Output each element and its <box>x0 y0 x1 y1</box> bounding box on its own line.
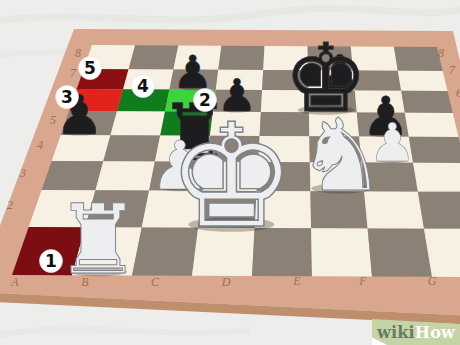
step-badge-number-2: 2 <box>199 90 211 110</box>
rank-label-left-7: 7 <box>70 66 77 80</box>
rank-label-left-2: 2 <box>7 198 13 212</box>
file-label-G: G <box>428 274 437 288</box>
chessboard-illustration: ABCDEFG8765432876♟♟♟♚♟♟♜♟♟♞♚♜12345 <box>0 0 460 345</box>
file-label-C: C <box>151 275 160 289</box>
watermark-wiki: wiki <box>377 323 415 342</box>
step-badge-number-1: 1 <box>45 251 57 271</box>
rank-label-right-8: 8 <box>438 46 444 60</box>
background-texture-line <box>0 6 460 24</box>
file-label-F: F <box>358 274 367 288</box>
step-badge-number-4: 4 <box>137 76 149 96</box>
square-f1 <box>311 228 372 276</box>
step-badge-number-3: 3 <box>61 87 73 107</box>
square-h2 <box>418 192 460 229</box>
background-texture-line <box>0 329 250 338</box>
chess-diagram: ABCDEFG8765432876♟♟♟♚♟♟♜♟♟♞♚♜12345 wikiH… <box>0 0 460 345</box>
square-b8 <box>129 45 179 69</box>
square-d8 <box>218 46 264 70</box>
square-h4 <box>409 137 460 163</box>
white-knight-f3: ♞ <box>296 97 386 214</box>
rank-label-left-8: 8 <box>75 46 81 60</box>
step-badge-number-5: 5 <box>84 58 96 78</box>
white-king-d2: ♚ <box>167 93 295 260</box>
rank-label-left-4: 4 <box>37 138 43 152</box>
file-label-D: D <box>221 275 231 289</box>
square-h3 <box>413 163 460 192</box>
rank-label-right-7: 7 <box>449 63 456 77</box>
square-g1 <box>368 228 432 276</box>
rank-label-right-6: 6 <box>456 86 460 100</box>
file-label-E: E <box>292 274 301 288</box>
file-label-A: A <box>10 275 19 289</box>
watermark-how: How <box>415 323 455 342</box>
rank-label-left-3: 3 <box>19 166 26 180</box>
square-h8 <box>394 47 443 71</box>
white-rook-b1: ♜ <box>55 184 141 296</box>
